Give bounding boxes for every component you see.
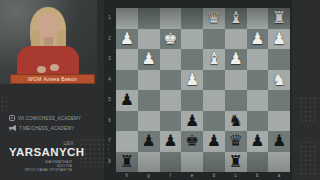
piece-black-knight-c6[interactable]: ♞: [228, 111, 242, 131]
square-c5[interactable]: [225, 90, 247, 111]
square-f3[interactable]: [160, 49, 182, 70]
social-line-vk: VK.COM/CHESS_ACADEMY: [9, 115, 81, 121]
piece-black-pawn-g7[interactable]: ♟: [141, 131, 155, 151]
file-label-b: b: [247, 173, 269, 180]
stream-frame: WGM Алина Бивол ♛♝♜♟♚♟♟♟♝♟♟♞♟♟♞♟♟♚♟♛♟♟♜♜…: [0, 0, 320, 180]
dot-pattern-left: [0, 95, 8, 113]
piece-white-bishop-d3[interactable]: ♝: [207, 49, 221, 69]
square-d2[interactable]: [203, 29, 225, 50]
rank-label-2: 2: [104, 36, 115, 41]
square-b4[interactable]: [247, 70, 269, 91]
piece-white-queen-d1[interactable]: ♛: [207, 8, 221, 28]
piece-black-pawn-e6[interactable]: ♟: [185, 111, 199, 131]
play-icon: [9, 115, 15, 121]
square-a2[interactable]: ♟: [268, 29, 290, 50]
square-e1[interactable]: [181, 8, 203, 29]
square-g3[interactable]: ♟: [138, 49, 160, 70]
square-h3[interactable]: [116, 49, 138, 70]
piece-black-queen-c7[interactable]: ♛: [228, 131, 242, 151]
streamer-hand-left: [37, 66, 46, 73]
file-label-e: e: [181, 173, 203, 180]
square-g6[interactable]: [138, 111, 160, 132]
square-f1[interactable]: [160, 8, 182, 29]
brand-sublines: ШАХМАТНАЯ ШКОЛА ЯРОСЛАВА ПРИЗАНТА: [10, 161, 72, 173]
square-e6[interactable]: ♟: [181, 111, 203, 132]
square-e5[interactable]: [181, 90, 203, 111]
piece-white-pawn-a2[interactable]: ♟: [272, 29, 286, 49]
square-c2[interactable]: [225, 29, 247, 50]
piece-white-pawn-c3[interactable]: ♟: [228, 49, 242, 69]
square-h1[interactable]: [116, 8, 138, 29]
square-e8[interactable]: [181, 152, 203, 173]
square-a6[interactable]: [268, 111, 290, 132]
piece-black-pawn-b7[interactable]: ♟: [250, 131, 264, 151]
square-e4[interactable]: ♟: [181, 70, 203, 91]
square-d6[interactable]: [203, 111, 225, 132]
file-label-d: d: [203, 173, 225, 180]
social-telegram-text: T.ME/CHESS_ACADEMY: [19, 126, 74, 131]
square-d1[interactable]: ♛: [203, 8, 225, 29]
piece-black-pawn-a7[interactable]: ♟: [272, 131, 286, 151]
rank-label-4: 4: [104, 77, 115, 82]
square-c7[interactable]: ♛: [225, 131, 247, 152]
rank-label-6: 6: [104, 118, 115, 123]
square-b5[interactable]: [247, 90, 269, 111]
file-label-h: h: [116, 173, 138, 180]
brand-subline-3: ЯРОСЛАВА ПРИЗАНТА: [10, 169, 72, 173]
rank-label-5: 5: [104, 97, 115, 102]
square-a8[interactable]: [268, 152, 290, 173]
square-f4[interactable]: [160, 70, 182, 91]
piece-white-king-f2[interactable]: ♚: [163, 29, 177, 49]
square-e2[interactable]: [181, 29, 203, 50]
piece-white-rook-a1[interactable]: ♜: [272, 8, 286, 28]
megaphone-icon: [9, 125, 16, 131]
square-g8[interactable]: [138, 152, 160, 173]
square-a4[interactable]: ♞: [268, 70, 290, 91]
social-vk-text: VK.COM/CHESS_ACADEMY: [18, 116, 81, 121]
square-b6[interactable]: [247, 111, 269, 132]
square-c4[interactable]: [225, 70, 247, 91]
square-a7[interactable]: ♟: [268, 131, 290, 152]
piece-black-rook-h8[interactable]: ♜: [120, 152, 134, 172]
square-g4[interactable]: [138, 70, 160, 91]
piece-black-pawn-h5[interactable]: ♟: [120, 90, 134, 110]
square-d3[interactable]: ♝: [203, 49, 225, 70]
piece-white-pawn-h2[interactable]: ♟: [120, 29, 134, 49]
piece-white-knight-a4[interactable]: ♞: [272, 70, 286, 90]
piece-black-rook-c8[interactable]: ♜: [228, 152, 242, 172]
file-label-g: g: [138, 173, 160, 180]
square-d8[interactable]: [203, 152, 225, 173]
piece-black-king-e7[interactable]: ♚: [185, 131, 199, 151]
square-c6[interactable]: ♞: [225, 111, 247, 132]
square-h7[interactable]: [116, 131, 138, 152]
square-g1[interactable]: [138, 8, 160, 29]
webcam-video: [0, 0, 97, 84]
square-d5[interactable]: [203, 90, 225, 111]
streamer-hand-right: [50, 64, 59, 71]
square-f7[interactable]: ♟: [160, 131, 182, 152]
square-d7[interactable]: ♟: [203, 131, 225, 152]
piece-black-pawn-d7[interactable]: ♟: [207, 131, 221, 151]
square-h4[interactable]: [116, 70, 138, 91]
square-e7[interactable]: ♚: [181, 131, 203, 152]
piece-black-pawn-f7[interactable]: ♟: [163, 131, 177, 151]
square-a1[interactable]: ♜: [268, 8, 290, 29]
square-b8[interactable]: [247, 152, 269, 173]
piece-white-pawn-g3[interactable]: ♟: [141, 49, 155, 69]
square-g5[interactable]: [138, 90, 160, 111]
square-h5[interactable]: ♟: [116, 90, 138, 111]
streamer-face: [38, 13, 59, 40]
rank-label-3: 3: [104, 56, 115, 61]
piece-white-bishop-c1[interactable]: ♝: [228, 8, 242, 28]
square-e3[interactable]: [181, 49, 203, 70]
social-line-telegram: T.ME/CHESS_ACADEMY: [9, 125, 74, 131]
square-b1[interactable]: [247, 8, 269, 29]
square-d4[interactable]: [203, 70, 225, 91]
square-g2[interactable]: [138, 29, 160, 50]
dot-pattern-right-lower: [299, 140, 318, 178]
square-b7[interactable]: ♟: [247, 131, 269, 152]
square-g7[interactable]: ♟: [138, 131, 160, 152]
square-h8[interactable]: ♜: [116, 152, 138, 173]
square-h2[interactable]: ♟: [116, 29, 138, 50]
square-c1[interactable]: ♝: [225, 8, 247, 29]
square-b2[interactable]: ♟: [247, 29, 269, 50]
square-f5[interactable]: [160, 90, 182, 111]
square-f6[interactable]: [160, 111, 182, 132]
file-label-f: f: [160, 173, 182, 180]
square-a3[interactable]: [268, 49, 290, 70]
square-f2[interactable]: ♚: [160, 29, 182, 50]
dot-pattern-right-upper: [299, 96, 318, 122]
square-a5[interactable]: [268, 90, 290, 111]
streamer-neck: [44, 37, 53, 46]
piece-white-pawn-e4[interactable]: ♟: [185, 70, 199, 90]
file-label-a: a: [268, 173, 290, 180]
chess-board: ♛♝♜♟♚♟♟♟♝♟♟♞♟♟♞♟♟♚♟♛♟♟♜♜: [116, 8, 290, 172]
player-name-banner: WGM Алина Бивол: [10, 74, 95, 84]
rank-label-1: 1: [104, 15, 115, 20]
player-name-text: WGM Алина Бивол: [28, 76, 77, 82]
square-c3[interactable]: ♟: [225, 49, 247, 70]
brand-title: YARSANYCH: [9, 146, 75, 158]
file-label-c: c: [225, 173, 247, 180]
square-c8[interactable]: ♜: [225, 152, 247, 173]
square-h6[interactable]: [116, 111, 138, 132]
square-f8[interactable]: [160, 152, 182, 173]
square-b3[interactable]: [247, 49, 269, 70]
piece-white-pawn-b2[interactable]: ♟: [250, 29, 264, 49]
